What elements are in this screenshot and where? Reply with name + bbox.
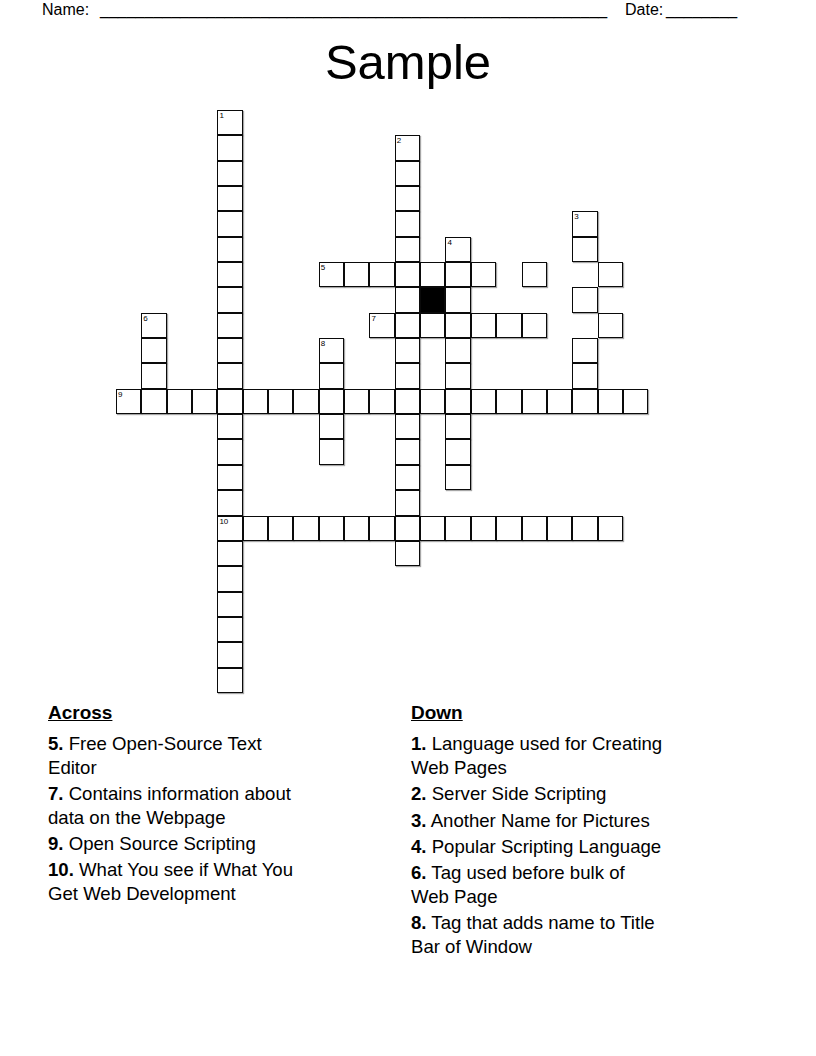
clue-text: Tag used before bulk of Web Page [411,862,625,906]
grid-cell[interactable] [319,439,344,464]
clue-text: What You see if What You Get Web Develop… [48,859,293,903]
name-field-label: Name: [42,1,89,19]
grid-cell[interactable] [141,338,166,363]
grid-cell[interactable] [395,313,420,338]
across-clue-9: 9. Open Source Scripting [48,832,370,855]
grid-cell[interactable] [217,313,242,338]
grid-cell[interactable] [217,465,242,490]
grid-cell[interactable] [319,363,344,388]
grid-cell[interactable] [445,439,470,464]
grid-cell[interactable] [395,211,420,236]
clue-text: Another Name for Pictures [427,810,650,831]
grid-cell[interactable] [522,313,547,338]
grid-cell[interactable] [319,516,344,541]
clue-num-label: 4. [411,836,427,857]
grid-cell[interactable] [268,389,293,414]
grid-cell[interactable] [344,516,369,541]
grid-cell[interactable] [420,516,445,541]
grid-cell[interactable] [268,516,293,541]
grid-cell[interactable] [547,516,572,541]
clue-num-label: 7. [48,783,64,804]
clue-num-label: 9. [48,833,64,854]
grid-cell[interactable] [167,389,192,414]
grid-cell[interactable] [445,363,470,388]
grid-cell[interactable] [445,338,470,363]
grid-cell[interactable] [141,389,166,414]
grid-cell[interactable] [344,389,369,414]
across-clue-list: 5. Free Open-Source Text Editor7. Contai… [48,732,370,905]
grid-cell[interactable]: 2 [395,135,420,160]
grid-cell[interactable] [217,237,242,262]
grid-cell[interactable] [445,516,470,541]
grid-cell[interactable] [572,516,597,541]
grid-cell[interactable] [217,592,242,617]
grid-cell[interactable] [217,541,242,566]
clue-text: Tag that adds name to Title Bar of Windo… [411,912,655,956]
across-heading: Across [48,701,370,724]
clue-text: Popular Scripting Language [427,836,662,857]
grid-cell[interactable] [395,363,420,388]
grid-cell[interactable] [395,516,420,541]
grid-cell[interactable] [522,516,547,541]
grid-cell[interactable] [395,161,420,186]
grid-cell[interactable] [217,262,242,287]
grid-cell[interactable]: 1 [217,110,242,135]
clue-number: 8 [321,339,325,348]
grid-cell[interactable]: 6 [141,313,166,338]
grid-cell[interactable] [572,363,597,388]
grid-cell[interactable] [217,211,242,236]
grid-cell[interactable] [217,439,242,464]
grid-cell[interactable] [572,237,597,262]
grid-cell[interactable] [522,389,547,414]
grid-cell[interactable] [217,135,242,160]
clue-num-label: 1. [411,733,427,754]
grid-cell[interactable]: 5 [319,262,344,287]
puzzle-title: Sample [0,33,816,91]
grid-cell[interactable] [471,313,496,338]
grid-cell[interactable] [496,313,521,338]
grid-cell[interactable] [217,389,242,414]
grid-cell[interactable] [217,566,242,591]
grid-cell[interactable] [243,389,268,414]
down-clues-section: Down 1. Language used for Creating Web P… [411,701,747,961]
down-heading: Down [411,701,747,724]
clue-number: 4 [447,238,451,247]
grid-cell[interactable] [522,262,547,287]
grid-cell[interactable] [192,389,217,414]
grid-cell[interactable] [572,287,597,312]
clue-number: 7 [371,314,375,323]
across-clue-5: 5. Free Open-Source Text Editor [48,732,370,779]
grid-cell[interactable]: 3 [572,211,597,236]
across-clue-10: 10. What You see if What You Get Web Dev… [48,858,370,905]
grid-cell[interactable] [445,262,470,287]
clue-number: 6 [143,314,147,323]
grid-cell[interactable]: 9 [116,389,141,414]
grid-cell[interactable]: 8 [319,338,344,363]
down-clue-3: 3. Another Name for Pictures [411,809,747,832]
grid-cell[interactable] [369,516,394,541]
clue-number: 3 [574,212,578,221]
grid-cell[interactable] [319,414,344,439]
grid-cell[interactable] [293,516,318,541]
grid-cell[interactable] [471,516,496,541]
grid-cell[interactable] [243,516,268,541]
grid-cell[interactable] [395,490,420,515]
grid-cell[interactable] [496,516,521,541]
grid-cell[interactable] [395,287,420,312]
grid-cell[interactable]: 7 [369,313,394,338]
grid-cell[interactable] [217,617,242,642]
down-clue-2: 2. Server Side Scripting [411,782,747,805]
grid-cell[interactable] [420,262,445,287]
grid-cell[interactable] [369,389,394,414]
clue-text: Open Source Scripting [64,833,256,854]
grid-cell[interactable] [217,338,242,363]
clue-text: Free Open-Source Text Editor [48,733,262,777]
grid-cell[interactable] [445,287,470,312]
date-blank-line: ________ [666,1,737,19]
grid-cell[interactable] [217,161,242,186]
grid-cell[interactable] [471,389,496,414]
black-cell [420,287,445,312]
grid-cell[interactable] [141,363,166,388]
grid-cell[interactable] [420,313,445,338]
grid-cell[interactable] [369,262,394,287]
clue-num-label: 2. [411,783,427,804]
grid-cell[interactable] [445,414,470,439]
clue-num-label: 10. [48,859,74,880]
grid-cell[interactable] [217,642,242,667]
grid-cell[interactable] [344,262,369,287]
grid-cell[interactable] [395,541,420,566]
down-clue-list: 1. Language used for Creating Web Pages2… [411,732,747,958]
clue-number: 9 [118,390,122,399]
date-field-label: Date: [625,1,663,19]
clue-text: Language used for Creating Web Pages [411,733,662,777]
grid-cell[interactable] [395,389,420,414]
clue-number: 5 [321,263,325,272]
grid-cell[interactable] [598,313,623,338]
clue-number: 1 [219,111,223,120]
grid-cell[interactable] [547,389,572,414]
grid-cell[interactable] [496,389,521,414]
grid-cell[interactable] [598,389,623,414]
grid-cell[interactable] [445,465,470,490]
grid-cell[interactable] [217,490,242,515]
grid-cell[interactable] [395,262,420,287]
clue-num-label: 8. [411,912,427,933]
grid-cell[interactable] [445,389,470,414]
grid-cell[interactable] [395,338,420,363]
grid-cell[interactable] [572,338,597,363]
clue-text: Server Side Scripting [427,783,607,804]
grid-cell[interactable] [420,389,445,414]
grid-cell[interactable] [217,414,242,439]
grid-cell[interactable]: 10 [217,516,242,541]
grid-cell[interactable] [217,186,242,211]
grid-cell[interactable] [598,262,623,287]
down-clue-6: 6. Tag used before bulk of Web Page [411,861,747,908]
grid-cell[interactable] [217,668,242,693]
clue-number: 10 [219,517,228,526]
grid-cell[interactable] [598,516,623,541]
down-clue-1: 1. Language used for Creating Web Pages [411,732,747,779]
clue-num-label: 6. [411,862,427,883]
grid-cell[interactable] [395,465,420,490]
grid-cell[interactable] [623,389,648,414]
clue-num-label: 5. [48,733,64,754]
grid-cell[interactable] [395,439,420,464]
across-clue-7: 7. Contains information about data on th… [48,782,370,829]
grid-cell[interactable] [293,389,318,414]
name-blank-line: ________________________________________… [100,1,607,19]
grid-cell[interactable] [471,262,496,287]
clue-number: 2 [397,136,401,145]
grid-cell[interactable] [319,389,344,414]
clue-text: Contains information about data on the W… [48,783,291,827]
across-clues-section: Across 5. Free Open-Source Text Editor7.… [48,701,370,908]
down-clue-4: 4. Popular Scripting Language [411,835,747,858]
grid-cell[interactable] [395,414,420,439]
grid-cell[interactable] [395,186,420,211]
grid-cell[interactable] [572,389,597,414]
down-clue-8: 8. Tag that adds name to Title Bar of Wi… [411,911,747,958]
grid-cell[interactable] [217,363,242,388]
grid-cell[interactable]: 4 [445,237,470,262]
grid-cell[interactable] [217,287,242,312]
crossword-grid: 12345678910 [116,110,648,693]
grid-cell[interactable] [445,313,470,338]
clue-num-label: 3. [411,810,427,831]
grid-cell[interactable] [395,237,420,262]
